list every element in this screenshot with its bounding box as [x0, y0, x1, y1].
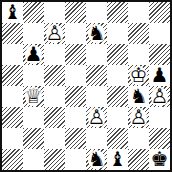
- square-g7[interactable]: [128, 23, 149, 44]
- square-e6[interactable]: [86, 44, 107, 65]
- square-e2[interactable]: [86, 128, 107, 149]
- square-g5[interactable]: ♔: [128, 65, 149, 86]
- square-d2[interactable]: [65, 128, 86, 149]
- square-g6[interactable]: [128, 44, 149, 65]
- square-d8[interactable]: [65, 2, 86, 23]
- square-e8[interactable]: [86, 2, 107, 23]
- square-h4[interactable]: ♙: [149, 86, 170, 107]
- square-h1[interactable]: ♚: [149, 149, 170, 170]
- piece-white-pawn-c7: ♙: [44, 23, 65, 44]
- square-c3[interactable]: [44, 107, 65, 128]
- piece-white-pawn-h4: ♙: [149, 86, 170, 107]
- square-b6[interactable]: ♟: [23, 44, 44, 65]
- piece-black-pawn-b6: ♟: [23, 44, 44, 65]
- square-b3[interactable]: [23, 107, 44, 128]
- square-b7[interactable]: [23, 23, 44, 44]
- square-h2[interactable]: [149, 128, 170, 149]
- square-f3[interactable]: [107, 107, 128, 128]
- piece-black-bishop-f1: ♝: [107, 149, 128, 170]
- square-a8[interactable]: ♝: [2, 2, 23, 23]
- square-a5[interactable]: [2, 65, 23, 86]
- square-h8[interactable]: [149, 2, 170, 23]
- square-b8[interactable]: [23, 2, 44, 23]
- square-e3[interactable]: ♙: [86, 107, 107, 128]
- square-g3[interactable]: ♙: [128, 107, 149, 128]
- square-b5[interactable]: [23, 65, 44, 86]
- square-c4[interactable]: [44, 86, 65, 107]
- square-b4[interactable]: ♕: [23, 86, 44, 107]
- square-c8[interactable]: [44, 2, 65, 23]
- piece-white-king-g5: ♔: [128, 65, 149, 86]
- square-b2[interactable]: [23, 128, 44, 149]
- square-d1[interactable]: [65, 149, 86, 170]
- square-h6[interactable]: [149, 44, 170, 65]
- square-a6[interactable]: [2, 44, 23, 65]
- square-d3[interactable]: [65, 107, 86, 128]
- square-f8[interactable]: [107, 2, 128, 23]
- square-f7[interactable]: [107, 23, 128, 44]
- piece-black-knight-g4: ♞: [128, 86, 149, 107]
- piece-black-knight-e1: ♞: [86, 149, 107, 170]
- square-f4[interactable]: [107, 86, 128, 107]
- square-f2[interactable]: [107, 128, 128, 149]
- piece-white-queen-b4: ♕: [23, 86, 44, 107]
- square-c7[interactable]: ♙: [44, 23, 65, 44]
- square-g4[interactable]: ♞: [128, 86, 149, 107]
- square-a2[interactable]: [2, 128, 23, 149]
- piece-white-pawn-g3: ♙: [128, 107, 149, 128]
- square-e4[interactable]: [86, 86, 107, 107]
- square-c1[interactable]: [44, 149, 65, 170]
- square-e1[interactable]: ♞: [86, 149, 107, 170]
- square-b1[interactable]: [23, 149, 44, 170]
- square-a7[interactable]: [2, 23, 23, 44]
- square-c6[interactable]: [44, 44, 65, 65]
- square-a3[interactable]: [2, 107, 23, 128]
- square-e7[interactable]: ♞: [86, 23, 107, 44]
- chess-board: ♝♙♞♟♔♟♕♞♙♙♙♞♝♚: [2, 2, 170, 170]
- piece-black-king-h1: ♚: [149, 149, 170, 170]
- square-d4[interactable]: [65, 86, 86, 107]
- square-d6[interactable]: [65, 44, 86, 65]
- square-g1[interactable]: [128, 149, 149, 170]
- square-g2[interactable]: [128, 128, 149, 149]
- square-g8[interactable]: [128, 2, 149, 23]
- square-h5[interactable]: ♟: [149, 65, 170, 86]
- piece-black-knight-e7: ♞: [86, 23, 107, 44]
- piece-black-pawn-h5: ♟: [149, 65, 170, 86]
- square-f1[interactable]: ♝: [107, 149, 128, 170]
- square-h3[interactable]: [149, 107, 170, 128]
- square-f5[interactable]: [107, 65, 128, 86]
- piece-black-bishop-a8: ♝: [2, 2, 23, 23]
- square-h7[interactable]: [149, 23, 170, 44]
- square-f6[interactable]: [107, 44, 128, 65]
- square-e5[interactable]: [86, 65, 107, 86]
- square-a1[interactable]: [2, 149, 23, 170]
- square-d5[interactable]: [65, 65, 86, 86]
- square-d7[interactable]: [65, 23, 86, 44]
- piece-white-pawn-e3: ♙: [86, 107, 107, 128]
- square-a4[interactable]: [2, 86, 23, 107]
- chess-board-frame: ♝♙♞♟♔♟♕♞♙♙♙♞♝♚: [0, 0, 172, 172]
- square-c5[interactable]: [44, 65, 65, 86]
- square-c2[interactable]: [44, 128, 65, 149]
